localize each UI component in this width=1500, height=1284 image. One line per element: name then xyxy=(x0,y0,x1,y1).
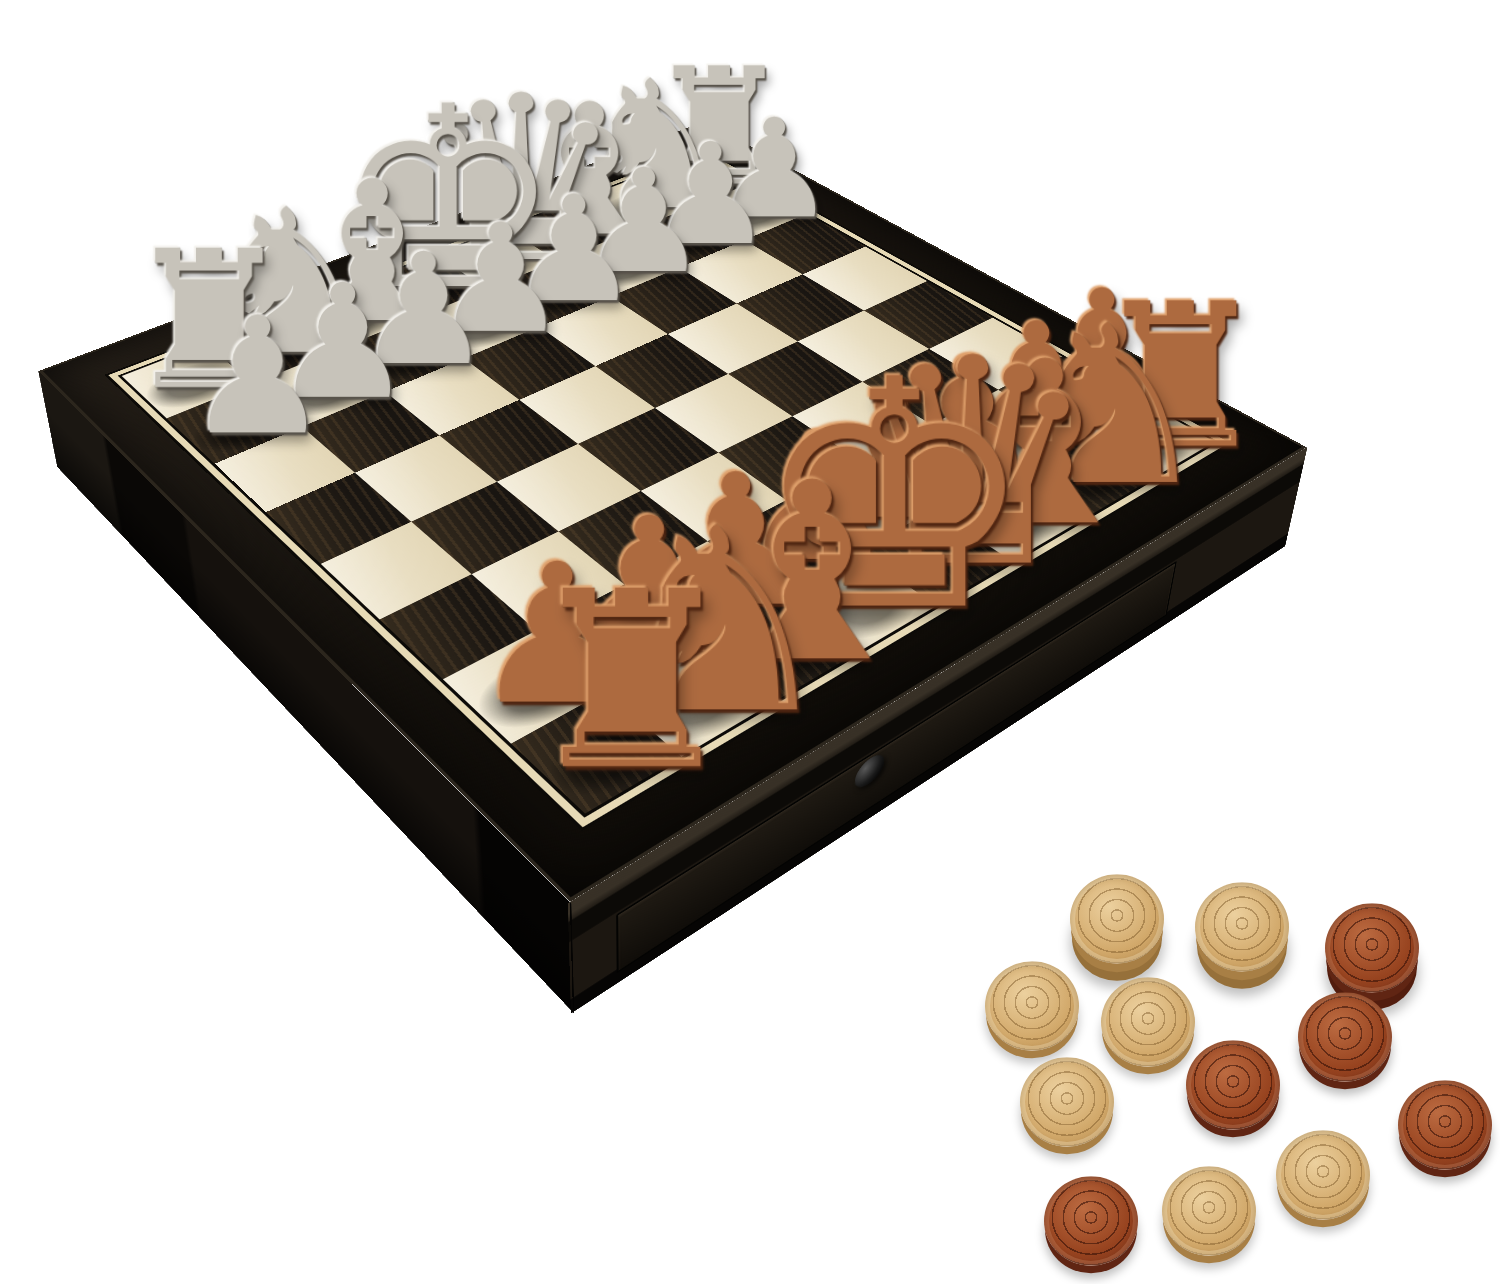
checker-light-7[interactable] xyxy=(1020,1057,1114,1146)
checker-dark-8[interactable] xyxy=(1186,1040,1280,1129)
checker-dark-6[interactable] xyxy=(1298,992,1392,1081)
checker-light-2[interactable] xyxy=(1195,882,1289,971)
checker-light-1[interactable] xyxy=(1070,874,1164,963)
checker-light-11[interactable] xyxy=(1162,1166,1256,1255)
checker-light-10[interactable] xyxy=(1276,1130,1370,1219)
checker-dark-9[interactable] xyxy=(1398,1080,1492,1169)
checker-light-5[interactable] xyxy=(1101,977,1195,1066)
checker-dark-3[interactable] xyxy=(1325,903,1419,992)
checker-dark-12[interactable] xyxy=(1044,1176,1138,1265)
checkers-scatter xyxy=(0,0,1500,1284)
checker-light-4[interactable] xyxy=(985,961,1079,1050)
